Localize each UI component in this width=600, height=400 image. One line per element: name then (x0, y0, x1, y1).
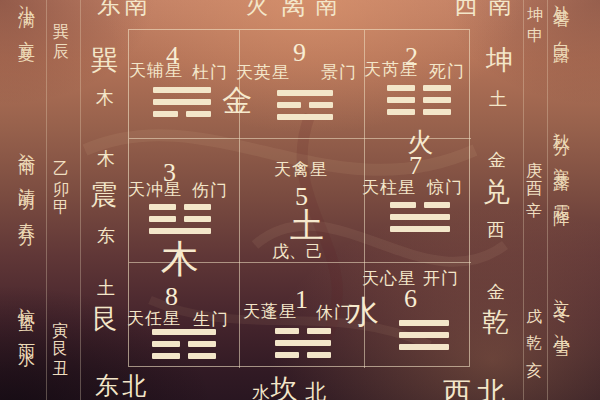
qian-element: 金 (487, 283, 505, 301)
palace4-door: 杜门 (192, 64, 228, 81)
direction-east: 东 (97, 227, 115, 245)
dui-trigram-name: 兑 (483, 179, 510, 206)
palace7-star: 天柱星 (362, 179, 416, 196)
palace2-door: 死门 (429, 63, 465, 80)
xun-element: 木 (96, 89, 114, 107)
palace2-trigram-kun (387, 85, 451, 121)
palace6-trigram-qian (399, 320, 449, 356)
direction-north: 北 (305, 382, 326, 400)
direction-west: 西 (487, 221, 505, 239)
branches-left-northeast: 寅艮丑 (52, 308, 68, 368)
hetu-water-1-6: 水 (347, 296, 379, 328)
direction-northwest: 西北 (443, 379, 511, 400)
solar-terms-left-1: 小满、立夏 (18, 0, 35, 39)
palace1-star: 天蓬星 (243, 303, 297, 320)
palace4-trigram-xun (153, 87, 211, 123)
palace9-star: 天英星 (236, 64, 290, 81)
palace5-element-earth: 土 (290, 209, 324, 243)
palace3-star: 天冲星 (128, 181, 182, 198)
branches-right-southwest: 坤申 (527, 0, 543, 34)
palace9-door: 景门 (321, 64, 357, 81)
divider-left-outer (46, 0, 47, 400)
solar-terms-left-2: 谷雨、清明、春分 (18, 140, 35, 222)
hetu-metal-4-9: 金 (222, 86, 252, 116)
solar-terms-right-2: 秋分、寒露、霜降 (553, 120, 570, 202)
palace6-door: 开门 (423, 270, 459, 287)
zhen-element: 木 (97, 150, 115, 168)
divider-right-inner (523, 0, 524, 400)
hetu-fire-2-7: 火 (407, 130, 433, 156)
solar-terms-left-3: 惊蛰、雨水、 (18, 295, 35, 365)
direction-southeast: 东南 (97, 0, 151, 17)
kun-trigram-name: 坤 (486, 47, 513, 74)
direction-southwest: 西南 (454, 0, 522, 17)
palace3-trigram-zhen (149, 204, 211, 240)
palace8-number: 8 (165, 284, 178, 310)
xun-trigram-name: 巽 (91, 47, 118, 74)
kan-element: 水 (252, 384, 270, 400)
palace1-trigram-kan (275, 328, 331, 364)
direction-northeast: 东北 (95, 374, 149, 398)
gen-trigram-name: 艮 (92, 306, 119, 333)
palace8-star: 天任星 (127, 310, 181, 327)
palace7-door: 惊门 (427, 179, 463, 196)
south-trigram-name: 离 (280, 0, 307, 19)
branches-right-west: 庚酉辛 (526, 148, 542, 208)
palace2-star: 天芮星 (364, 61, 418, 78)
palace9-number: 9 (293, 40, 306, 66)
solar-terms-right-3: 立冬、小雪、 (553, 286, 570, 356)
solar-terms-right-1: 处暑、白露 (553, 0, 570, 39)
palace7-trigram-dui (390, 202, 450, 238)
palace3-door: 伤门 (192, 182, 228, 199)
gen-element: 土 (97, 279, 115, 297)
zhen-trigram-name: 震 (90, 182, 117, 209)
palace8-trigram-gen (152, 329, 216, 365)
branches-left-southeast: 巽辰 (53, 10, 69, 50)
divider-right-outer (547, 0, 548, 400)
qimen-nine-palace-chart: 4 天辅星 杜门 9 天英星 景门 2 天芮星 死门 3 天冲星 伤门 天禽星 … (0, 0, 600, 400)
divider-left-inner (80, 0, 81, 400)
qian-trigram-name: 乾 (482, 309, 509, 336)
palace9-trigram-li (277, 90, 333, 126)
branches-left-east: 乙卯甲 (53, 148, 69, 208)
palace4-star: 天辅星 (129, 62, 183, 79)
south-element: 火 (246, 0, 268, 17)
kun-element: 土 (489, 90, 507, 108)
kan-trigram-name: 坎 (271, 376, 298, 400)
dui-element: 金 (488, 151, 506, 169)
hetu-wood-3-8: 木 (161, 240, 199, 278)
palace6-number: 6 (404, 286, 417, 312)
palace5-star: 天禽星 (274, 161, 328, 178)
palace8-door: 生门 (193, 311, 229, 328)
branches-right-northwest: 戌乾亥 (526, 296, 542, 374)
direction-south: 南 (315, 0, 338, 17)
palace5-stems: 戊、己 (272, 243, 323, 260)
